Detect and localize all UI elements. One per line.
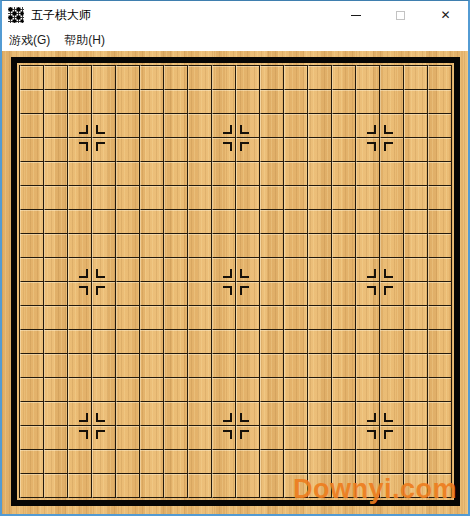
star-point: [223, 125, 249, 151]
star-bracket-ne: [240, 413, 249, 422]
star-bracket-nw: [223, 413, 232, 422]
star-bracket-se: [96, 142, 105, 151]
star-bracket-nw: [367, 413, 376, 422]
star-point: [223, 269, 249, 295]
minimize-button[interactable]: [333, 1, 378, 29]
star-bracket-se: [240, 286, 249, 295]
star-bracket-sw: [367, 430, 376, 439]
star-bracket-se: [384, 430, 393, 439]
caption-buttons: ✕: [333, 1, 468, 29]
board-frame: [11, 57, 460, 506]
menu-item-game[interactable]: 游戏(G): [2, 29, 57, 52]
window-title: 五子棋大师: [31, 7, 91, 24]
menu-item-help[interactable]: 帮助(H): [57, 29, 112, 52]
star-bracket-ne: [240, 125, 249, 134]
star-bracket-se: [384, 286, 393, 295]
star-bracket-se: [96, 430, 105, 439]
star-bracket-ne: [96, 413, 105, 422]
titlebar: 五子棋大师 ✕: [2, 1, 468, 29]
star-bracket-sw: [79, 286, 88, 295]
star-bracket-ne: [384, 125, 393, 134]
star-bracket-sw: [223, 142, 232, 151]
star-bracket-ne: [96, 125, 105, 134]
board-area: Downyi.com: [2, 51, 468, 514]
star-bracket-sw: [367, 286, 376, 295]
star-point: [367, 413, 393, 439]
star-point: [79, 125, 105, 151]
star-bracket-sw: [223, 286, 232, 295]
star-bracket-nw: [223, 125, 232, 134]
star-point: [367, 125, 393, 151]
star-bracket-sw: [79, 430, 88, 439]
maximize-icon: [396, 11, 405, 20]
app-icon: [8, 7, 24, 23]
maximize-button[interactable]: [378, 1, 423, 29]
star-bracket-sw: [79, 142, 88, 151]
star-bracket-ne: [96, 269, 105, 278]
star-bracket-ne: [384, 269, 393, 278]
star-bracket-nw: [79, 413, 88, 422]
star-point: [223, 413, 249, 439]
star-bracket-nw: [223, 269, 232, 278]
star-point: [79, 413, 105, 439]
star-bracket-se: [384, 142, 393, 151]
app-window: 五子棋大师 ✕ 游戏(G) 帮助(H) Downyi.com: [0, 0, 470, 516]
star-bracket-nw: [79, 269, 88, 278]
close-icon: ✕: [440, 9, 450, 21]
star-bracket-sw: [367, 142, 376, 151]
minimize-icon: [351, 15, 361, 16]
star-bracket-nw: [367, 269, 376, 278]
close-button[interactable]: ✕: [423, 1, 468, 29]
star-point: [79, 269, 105, 295]
star-bracket-ne: [384, 413, 393, 422]
menubar: 游戏(G) 帮助(H): [2, 29, 468, 51]
star-bracket-ne: [240, 269, 249, 278]
star-bracket-se: [240, 142, 249, 151]
star-bracket-nw: [367, 125, 376, 134]
star-bracket-nw: [79, 125, 88, 134]
star-bracket-sw: [223, 430, 232, 439]
goban-grid[interactable]: [19, 65, 452, 498]
star-bracket-se: [240, 430, 249, 439]
star-bracket-se: [96, 286, 105, 295]
star-point: [367, 269, 393, 295]
